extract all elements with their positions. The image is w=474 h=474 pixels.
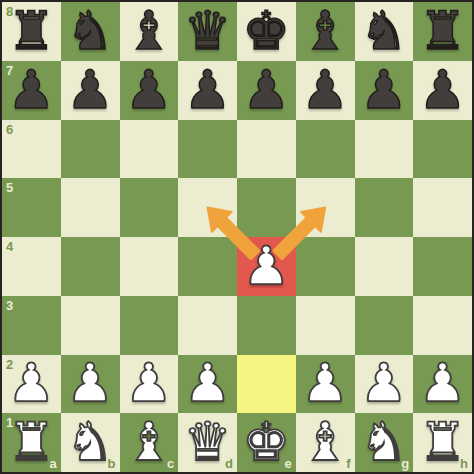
square-g4[interactable] [355, 237, 414, 296]
piece-white-pawn[interactable]: ♟ [61, 354, 120, 413]
square-h8[interactable]: ♜ [413, 2, 472, 61]
square-e4[interactable]: ♟ [237, 237, 296, 296]
piece-white-king[interactable]: ♚ [237, 412, 296, 471]
square-b2[interactable]: ♟ [61, 355, 120, 414]
piece-white-pawn[interactable]: ♟ [2, 354, 61, 413]
square-b5[interactable] [61, 178, 120, 237]
piece-white-pawn[interactable]: ♟ [120, 354, 179, 413]
piece-black-pawn[interactable]: ♟ [2, 60, 61, 119]
square-c8[interactable]: ♝ [120, 2, 179, 61]
square-c6[interactable] [120, 120, 179, 179]
piece-white-knight[interactable]: ♞ [355, 412, 414, 471]
square-d5[interactable] [178, 178, 237, 237]
chess-board: 8♜♞♝♛♚♝♞♜7♟♟♟♟♟♟♟♟654♟32♟♟♟♟♟♟♟1a♜b♞c♝d♛… [2, 2, 472, 472]
piece-black-pawn[interactable]: ♟ [413, 60, 472, 119]
square-h6[interactable] [413, 120, 472, 179]
square-e7[interactable]: ♟ [237, 61, 296, 120]
piece-white-pawn[interactable]: ♟ [296, 354, 355, 413]
piece-white-bishop[interactable]: ♝ [296, 412, 355, 471]
square-c3[interactable] [120, 296, 179, 355]
square-c5[interactable] [120, 178, 179, 237]
square-c2[interactable]: ♟ [120, 355, 179, 414]
piece-black-pawn[interactable]: ♟ [120, 60, 179, 119]
piece-black-bishop[interactable]: ♝ [120, 1, 179, 60]
square-h7[interactable]: ♟ [413, 61, 472, 120]
square-f4[interactable] [296, 237, 355, 296]
square-g3[interactable] [355, 296, 414, 355]
square-h4[interactable] [413, 237, 472, 296]
square-a6[interactable]: 6 [2, 120, 61, 179]
piece-black-pawn[interactable]: ♟ [178, 60, 237, 119]
square-a5[interactable]: 5 [2, 178, 61, 237]
square-d1[interactable]: d♛ [178, 413, 237, 472]
square-c1[interactable]: c♝ [120, 413, 179, 472]
piece-black-pawn[interactable]: ♟ [355, 60, 414, 119]
piece-black-rook[interactable]: ♜ [2, 1, 61, 60]
piece-black-rook[interactable]: ♜ [413, 1, 472, 60]
piece-black-bishop[interactable]: ♝ [296, 1, 355, 60]
square-d6[interactable] [178, 120, 237, 179]
square-h5[interactable] [413, 178, 472, 237]
square-g7[interactable]: ♟ [355, 61, 414, 120]
piece-black-king[interactable]: ♚ [237, 1, 296, 60]
piece-white-pawn[interactable]: ♟ [355, 354, 414, 413]
square-a8[interactable]: 8♜ [2, 2, 61, 61]
rank-label-4: 4 [6, 239, 13, 254]
square-b3[interactable] [61, 296, 120, 355]
rank-label-5: 5 [6, 180, 13, 195]
piece-white-rook[interactable]: ♜ [2, 412, 61, 471]
square-d3[interactable] [178, 296, 237, 355]
rank-label-3: 3 [6, 298, 13, 313]
square-f6[interactable] [296, 120, 355, 179]
piece-black-pawn[interactable]: ♟ [237, 60, 296, 119]
square-a3[interactable]: 3 [2, 296, 61, 355]
square-d8[interactable]: ♛ [178, 2, 237, 61]
square-e3[interactable] [237, 296, 296, 355]
square-a2[interactable]: 2♟ [2, 355, 61, 414]
piece-white-pawn[interactable]: ♟ [178, 354, 237, 413]
square-a4[interactable]: 4 [2, 237, 61, 296]
square-a7[interactable]: 7♟ [2, 61, 61, 120]
square-g5[interactable] [355, 178, 414, 237]
square-f8[interactable]: ♝ [296, 2, 355, 61]
square-e1[interactable]: e♚ [237, 413, 296, 472]
square-f7[interactable]: ♟ [296, 61, 355, 120]
piece-black-knight[interactable]: ♞ [355, 1, 414, 60]
piece-white-queen[interactable]: ♛ [178, 412, 237, 471]
piece-black-pawn[interactable]: ♟ [61, 60, 120, 119]
square-f2[interactable]: ♟ [296, 355, 355, 414]
square-g6[interactable] [355, 120, 414, 179]
piece-black-pawn[interactable]: ♟ [296, 60, 355, 119]
piece-white-pawn[interactable]: ♟ [413, 354, 472, 413]
square-f1[interactable]: f♝ [296, 413, 355, 472]
square-e8[interactable]: ♚ [237, 2, 296, 61]
square-a1[interactable]: 1a♜ [2, 413, 61, 472]
piece-black-knight[interactable]: ♞ [61, 1, 120, 60]
square-h3[interactable] [413, 296, 472, 355]
square-b7[interactable]: ♟ [61, 61, 120, 120]
page-background: 8♜♞♝♛♚♝♞♜7♟♟♟♟♟♟♟♟654♟32♟♟♟♟♟♟♟1a♜b♞c♝d♛… [0, 0, 474, 474]
square-h1[interactable]: h♜ [413, 413, 472, 472]
square-c4[interactable] [120, 237, 179, 296]
square-b1[interactable]: b♞ [61, 413, 120, 472]
square-f3[interactable] [296, 296, 355, 355]
rank-label-6: 6 [6, 122, 13, 137]
square-b8[interactable]: ♞ [61, 2, 120, 61]
square-d7[interactable]: ♟ [178, 61, 237, 120]
square-d4[interactable] [178, 237, 237, 296]
square-c7[interactable]: ♟ [120, 61, 179, 120]
square-b6[interactable] [61, 120, 120, 179]
square-e6[interactable] [237, 120, 296, 179]
square-f5[interactable] [296, 178, 355, 237]
square-g8[interactable]: ♞ [355, 2, 414, 61]
square-h2[interactable]: ♟ [413, 355, 472, 414]
piece-white-rook[interactable]: ♜ [413, 412, 472, 471]
square-e2[interactable] [237, 355, 296, 414]
square-g1[interactable]: g♞ [355, 413, 414, 472]
piece-white-knight[interactable]: ♞ [61, 412, 120, 471]
square-e5[interactable] [237, 178, 296, 237]
square-g2[interactable]: ♟ [355, 355, 414, 414]
square-d2[interactable]: ♟ [178, 355, 237, 414]
square-b4[interactable] [61, 237, 120, 296]
piece-black-queen[interactable]: ♛ [178, 1, 237, 60]
piece-white-bishop[interactable]: ♝ [120, 412, 179, 471]
piece-white-pawn[interactable]: ♟ [237, 236, 296, 295]
